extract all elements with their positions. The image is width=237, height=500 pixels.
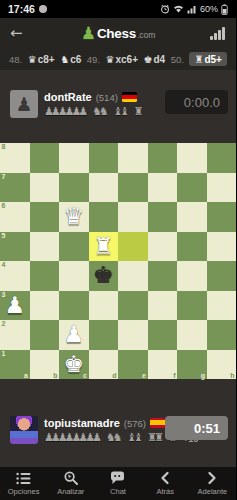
square-e2[interactable] <box>118 320 148 350</box>
rank-label: 5 <box>2 232 6 239</box>
chevron-right-icon <box>207 471 217 485</box>
move[interactable]: ♚d4 <box>144 54 166 65</box>
captured-n-group: ♞♞ <box>92 105 109 118</box>
rank-label: 6 <box>2 202 6 209</box>
square-c6[interactable]: ♛ <box>59 202 89 232</box>
black-king-d4[interactable]: ♚ <box>89 261 119 291</box>
square-e8[interactable] <box>118 143 148 173</box>
square-g8[interactable] <box>177 143 207 173</box>
rank-label: 7 <box>2 173 6 180</box>
nav-options-button[interactable]: Opciones <box>0 467 47 500</box>
square-f8[interactable] <box>148 143 178 173</box>
signal-icon <box>187 4 197 14</box>
square-e1[interactable]: e <box>118 350 148 380</box>
captured-b-group: ♝♝ <box>127 431 144 444</box>
square-b3[interactable] <box>30 291 60 321</box>
move-number: 49. <box>87 54 100 65</box>
square-a2[interactable]: 2 <box>0 320 30 350</box>
move-list-row: 48.♛c8+♞c649.♛xc6+♚d450.♜d5+ <box>0 48 236 70</box>
move-text: d4 <box>154 54 166 65</box>
player-top[interactable]: ♟ dontRate (514) ♟♟♟♟♟♟♞♞♝♝♜ 0:00.0 <box>0 88 236 132</box>
chevron-left-icon <box>160 471 170 485</box>
square-d1[interactable]: d <box>89 350 119 380</box>
square-f7[interactable] <box>148 173 178 203</box>
move[interactable]: ♛c8+ <box>28 54 55 65</box>
notification-icon <box>39 5 47 13</box>
piece-icon: ♛ <box>106 54 115 65</box>
captured-b-group: ♝♝ <box>113 105 130 118</box>
square-h3[interactable] <box>207 291 237 321</box>
nav-back-button[interactable]: Atrás <box>142 467 189 500</box>
square-h2[interactable] <box>207 320 237 350</box>
piece-icon: ♚ <box>144 54 153 65</box>
white-pawn-c2[interactable]: ♟ <box>59 320 89 350</box>
logo-suffix: .com <box>137 30 155 40</box>
move-text: c8+ <box>38 54 55 65</box>
player-top-name: dontRate <box>44 91 92 103</box>
square-h8[interactable] <box>207 143 237 173</box>
chess-app-screen: 17:46 60% <box>0 0 236 500</box>
move-number: 48. <box>9 54 22 65</box>
square-c8[interactable] <box>59 143 89 173</box>
battery-icon <box>221 4 228 15</box>
file-label: e <box>142 372 146 379</box>
square-b1[interactable]: b <box>30 350 60 380</box>
square-g3[interactable] <box>177 291 207 321</box>
nav-analyze-button[interactable]: Analizar <box>47 467 94 500</box>
player-bottom-rating: (576) <box>124 418 146 429</box>
move[interactable]: ♞c6 <box>60 54 81 65</box>
file-label: h <box>230 372 234 379</box>
square-g4[interactable] <box>177 261 207 291</box>
player-bottom-avatar[interactable] <box>10 416 38 444</box>
square-c4[interactable] <box>59 261 89 291</box>
player-top-avatar[interactable]: ♟ <box>10 90 38 118</box>
move-selected[interactable]: ♜d5+ <box>189 52 226 66</box>
square-h4[interactable] <box>207 261 237 291</box>
square-d4[interactable]: ♚ <box>89 261 119 291</box>
captured-r-group: ♜♜ <box>147 431 164 444</box>
square-f3[interactable] <box>148 291 178 321</box>
avatar-character <box>10 416 38 444</box>
square-h5[interactable] <box>207 232 237 262</box>
avatar-pawn-icon: ♟ <box>15 90 32 118</box>
square-e5[interactable] <box>118 232 148 262</box>
square-c3[interactable] <box>59 291 89 321</box>
player-bottom-name: topiustamadre <box>44 417 120 429</box>
square-f6[interactable] <box>148 202 178 232</box>
wifi-icon <box>173 4 184 14</box>
file-label: g <box>201 372 205 379</box>
square-d6[interactable] <box>89 202 119 232</box>
move-number: 50. <box>171 54 184 65</box>
captured-r-group: ♜ <box>134 105 144 118</box>
square-e6[interactable] <box>118 202 148 232</box>
square-b2[interactable] <box>30 320 60 350</box>
player-top-clock: 0:00.0 <box>165 90 228 114</box>
rank-label: 2 <box>2 320 6 327</box>
germany-flag-icon <box>122 92 137 102</box>
square-d5[interactable]: ♜ <box>89 232 119 262</box>
square-a1[interactable]: 1a <box>0 350 30 380</box>
square-a7[interactable]: 7 <box>0 173 30 203</box>
app-header: ← ♟ Chess .com <box>0 18 236 48</box>
rank-label: 8 <box>2 143 6 150</box>
rank-label: 4 <box>2 261 6 268</box>
piece-icon: ♜ <box>194 54 203 65</box>
move[interactable]: ♛xc6+ <box>106 54 139 65</box>
square-a6[interactable]: 6 <box>0 202 30 232</box>
square-d2[interactable] <box>89 320 119 350</box>
square-a3[interactable]: 3♟ <box>0 291 30 321</box>
player-top-captured-pieces: ♟♟♟♟♟♟♞♞♝♝♜ <box>44 105 144 118</box>
analyze-icon <box>64 471 78 485</box>
square-h7[interactable] <box>207 173 237 203</box>
square-f5[interactable] <box>148 232 178 262</box>
square-b5[interactable] <box>30 232 60 262</box>
list-icon <box>16 472 31 485</box>
spain-flag-icon <box>150 418 165 428</box>
player-bottom-clock: 0:51 <box>165 416 228 440</box>
square-e3[interactable] <box>118 291 148 321</box>
move-stats-icon[interactable] <box>210 26 225 40</box>
player-bottom[interactable]: topiustamadre (576) ♟♟♟♟♟♟♟♟♞♞♝♝♜♜♛+16 0… <box>0 414 236 458</box>
alarm-icon <box>160 4 170 14</box>
white-king-c1[interactable]: ♚ <box>59 350 89 380</box>
square-b6[interactable] <box>30 202 60 232</box>
square-a5[interactable]: 5 <box>0 232 30 262</box>
nav-forward-button[interactable]: Adelante <box>189 467 236 500</box>
square-b7[interactable] <box>30 173 60 203</box>
piece-icon: ♞ <box>60 54 69 65</box>
square-g6[interactable] <box>177 202 207 232</box>
square-g2[interactable] <box>177 320 207 350</box>
captured-p-group: ♟♟♟♟♟♟ <box>44 105 88 118</box>
square-c7[interactable] <box>59 173 89 203</box>
square-d3[interactable] <box>89 291 119 321</box>
chat-icon <box>110 471 125 485</box>
square-g1[interactable]: g <box>177 350 207 380</box>
bottom-nav: Opciones Analizar Chat Atrás <box>0 467 236 500</box>
rank-label: 1 <box>2 350 6 357</box>
status-bar: 17:46 60% <box>0 0 236 18</box>
square-d8[interactable] <box>89 143 119 173</box>
file-label: d <box>112 372 116 379</box>
square-e7[interactable] <box>118 173 148 203</box>
square-b8[interactable] <box>30 143 60 173</box>
chess-board[interactable]: 876♛5♜4♚3♟2♟1abc♚defgh <box>0 143 236 379</box>
battery-percent: 60% <box>200 4 218 14</box>
move-text: c6 <box>70 54 81 65</box>
square-c5[interactable] <box>59 232 89 262</box>
square-h1[interactable]: h <box>207 350 237 380</box>
move-text: d5+ <box>204 54 222 65</box>
clock-time: 17:46 <box>8 3 35 15</box>
square-e4[interactable] <box>118 261 148 291</box>
file-label: b <box>53 372 57 379</box>
logo-text: Chess <box>97 26 136 41</box>
file-label: a <box>24 372 28 379</box>
move-text: xc6+ <box>116 54 139 65</box>
captured-n-group: ♞♞ <box>106 431 123 444</box>
file-label: f <box>173 372 175 379</box>
nav-chat-button[interactable]: Chat <box>94 467 141 500</box>
captured-p-group: ♟♟♟♟♟♟♟♟ <box>44 431 102 444</box>
white-rook-d5[interactable]: ♜ <box>89 232 119 262</box>
square-f4[interactable] <box>148 261 178 291</box>
square-a4[interactable]: 4 <box>0 261 30 291</box>
white-queen-c6[interactable]: ♛ <box>59 202 89 232</box>
square-c1[interactable]: c♚ <box>59 350 89 380</box>
square-g5[interactable] <box>177 232 207 262</box>
square-c2[interactable]: ♟ <box>59 320 89 350</box>
piece-icon: ♛ <box>28 54 37 65</box>
square-d7[interactable] <box>89 173 119 203</box>
square-a8[interactable]: 8 <box>0 143 30 173</box>
player-top-rating: (514) <box>96 92 118 103</box>
square-f2[interactable] <box>148 320 178 350</box>
square-g7[interactable] <box>177 173 207 203</box>
square-h6[interactable] <box>207 202 237 232</box>
logo-pawn-icon: ♟ <box>81 25 96 42</box>
white-pawn-a3[interactable]: ♟ <box>0 291 30 321</box>
square-f1[interactable]: f <box>148 350 178 380</box>
square-b4[interactable] <box>30 261 60 291</box>
chesscom-logo: ♟ Chess .com <box>0 18 236 48</box>
